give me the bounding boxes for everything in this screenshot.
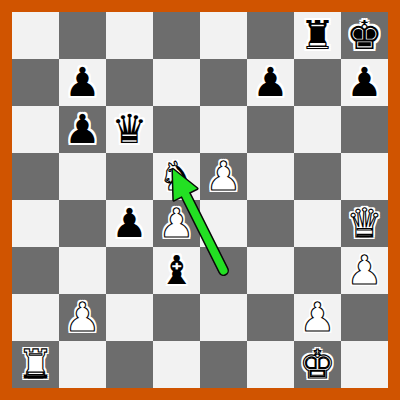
square-b3[interactable] <box>59 247 106 294</box>
square-h7[interactable]: ♟ <box>341 59 388 106</box>
square-e2[interactable] <box>200 294 247 341</box>
piece-black-pawn[interactable]: ♟ <box>59 59 106 106</box>
square-f4[interactable] <box>247 200 294 247</box>
piece-white-pawn[interactable]: ♟ <box>153 200 200 247</box>
square-e5[interactable]: ♟ <box>200 153 247 200</box>
piece-black-bishop[interactable]: ♝ <box>153 247 200 294</box>
square-g8[interactable]: ♜ <box>294 12 341 59</box>
piece-black-pawn[interactable]: ♟ <box>59 106 106 153</box>
piece-black-king[interactable]: ♚ <box>341 12 388 59</box>
piece-black-pawn[interactable]: ♟ <box>341 59 388 106</box>
square-f2[interactable] <box>247 294 294 341</box>
square-g7[interactable] <box>294 59 341 106</box>
square-b1[interactable] <box>59 341 106 388</box>
square-h6[interactable] <box>341 106 388 153</box>
square-c8[interactable] <box>106 12 153 59</box>
piece-black-queen[interactable]: ♛ <box>106 106 153 153</box>
square-e4[interactable] <box>200 200 247 247</box>
square-e7[interactable] <box>200 59 247 106</box>
chess-board: ♜♚♟♟♟♟♛♞♟♟♟♛♝♟♟♟♜♚ <box>12 12 388 388</box>
square-f1[interactable] <box>247 341 294 388</box>
square-c4[interactable]: ♟ <box>106 200 153 247</box>
square-b8[interactable] <box>59 12 106 59</box>
square-h3[interactable]: ♟ <box>341 247 388 294</box>
piece-black-pawn[interactable]: ♟ <box>247 59 294 106</box>
square-g5[interactable] <box>294 153 341 200</box>
square-b2[interactable]: ♟ <box>59 294 106 341</box>
piece-white-king[interactable]: ♚ <box>294 341 341 388</box>
piece-white-queen[interactable]: ♛ <box>341 200 388 247</box>
square-b7[interactable]: ♟ <box>59 59 106 106</box>
piece-black-pawn[interactable]: ♟ <box>106 200 153 247</box>
square-f7[interactable]: ♟ <box>247 59 294 106</box>
square-a5[interactable] <box>12 153 59 200</box>
square-d3[interactable]: ♝ <box>153 247 200 294</box>
square-c2[interactable] <box>106 294 153 341</box>
square-e6[interactable] <box>200 106 247 153</box>
square-a4[interactable] <box>12 200 59 247</box>
square-f3[interactable] <box>247 247 294 294</box>
square-g3[interactable] <box>294 247 341 294</box>
square-a8[interactable] <box>12 12 59 59</box>
square-a1[interactable]: ♜ <box>12 341 59 388</box>
square-h1[interactable] <box>341 341 388 388</box>
piece-white-pawn[interactable]: ♟ <box>59 294 106 341</box>
square-b6[interactable]: ♟ <box>59 106 106 153</box>
square-d4[interactable]: ♟ <box>153 200 200 247</box>
square-d1[interactable] <box>153 341 200 388</box>
square-e1[interactable] <box>200 341 247 388</box>
square-f8[interactable] <box>247 12 294 59</box>
piece-white-pawn[interactable]: ♟ <box>200 153 247 200</box>
square-g4[interactable] <box>294 200 341 247</box>
piece-white-pawn[interactable]: ♟ <box>341 247 388 294</box>
square-b4[interactable] <box>59 200 106 247</box>
piece-black-rook[interactable]: ♜ <box>294 12 341 59</box>
piece-white-pawn[interactable]: ♟ <box>294 294 341 341</box>
square-a7[interactable] <box>12 59 59 106</box>
square-e8[interactable] <box>200 12 247 59</box>
square-d8[interactable] <box>153 12 200 59</box>
square-g1[interactable]: ♚ <box>294 341 341 388</box>
board-frame: ♜♚♟♟♟♟♛♞♟♟♟♛♝♟♟♟♜♚ <box>0 0 400 400</box>
square-d2[interactable] <box>153 294 200 341</box>
square-a3[interactable] <box>12 247 59 294</box>
piece-white-knight[interactable]: ♞ <box>153 153 200 200</box>
square-h5[interactable] <box>341 153 388 200</box>
square-g2[interactable]: ♟ <box>294 294 341 341</box>
square-c6[interactable]: ♛ <box>106 106 153 153</box>
square-h4[interactable]: ♛ <box>341 200 388 247</box>
square-c5[interactable] <box>106 153 153 200</box>
square-a6[interactable] <box>12 106 59 153</box>
square-d6[interactable] <box>153 106 200 153</box>
square-c3[interactable] <box>106 247 153 294</box>
square-e3[interactable] <box>200 247 247 294</box>
piece-white-rook[interactable]: ♜ <box>12 341 59 388</box>
square-c7[interactable] <box>106 59 153 106</box>
square-a2[interactable] <box>12 294 59 341</box>
square-h2[interactable] <box>341 294 388 341</box>
square-f6[interactable] <box>247 106 294 153</box>
square-h8[interactable]: ♚ <box>341 12 388 59</box>
square-c1[interactable] <box>106 341 153 388</box>
square-f5[interactable] <box>247 153 294 200</box>
square-b5[interactable] <box>59 153 106 200</box>
square-d7[interactable] <box>153 59 200 106</box>
square-d5[interactable]: ♞ <box>153 153 200 200</box>
square-g6[interactable] <box>294 106 341 153</box>
